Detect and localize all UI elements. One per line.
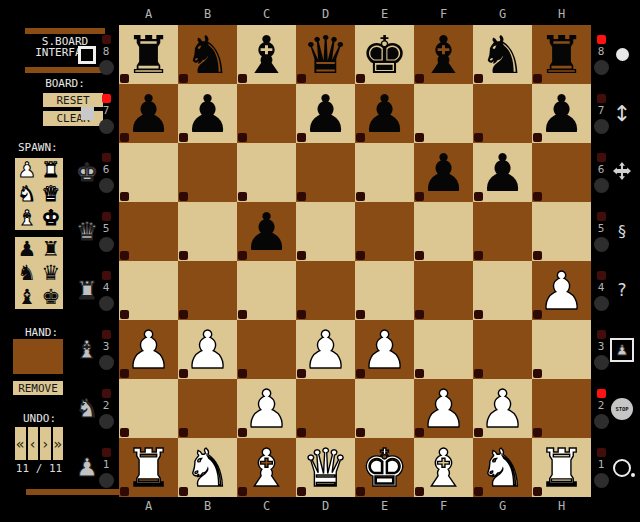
undo-counter: 11 / 11 xyxy=(15,462,63,475)
square-corner-marker xyxy=(533,192,542,201)
square-g4[interactable] xyxy=(473,261,532,320)
square-c1[interactable]: ♝ xyxy=(237,438,296,497)
rank-1-left-indicators: 1 xyxy=(96,438,116,497)
square-a3[interactable]: ♟ xyxy=(119,320,178,379)
square-f2[interactable]: ♟ xyxy=(414,379,473,438)
up-down-arrow-icon[interactable]: ↕ xyxy=(613,103,631,125)
square-f1[interactable]: ♝ xyxy=(414,438,473,497)
spawn-black-pawn[interactable]: ♟ xyxy=(15,237,39,261)
white-knight-glyph: ♞ xyxy=(18,184,37,205)
spawn-palette-black[interactable]: ♟♜♞♛♝♚ xyxy=(15,237,63,309)
black-rook: ♜ xyxy=(119,25,178,84)
black-rook: ♜ xyxy=(532,25,591,84)
white-bishop: ♝ xyxy=(237,438,296,497)
square-e2[interactable] xyxy=(355,379,414,438)
square-corner-marker xyxy=(238,192,247,201)
rank-7-tool-cell: ↕ xyxy=(607,84,637,143)
hand-slot[interactable] xyxy=(13,339,63,374)
square-f4[interactable] xyxy=(414,261,473,320)
square-corner-marker xyxy=(297,251,306,260)
remove-button[interactable]: REMOVE xyxy=(13,381,63,395)
square-corner-marker xyxy=(179,310,188,319)
square-corner-marker xyxy=(120,310,129,319)
rank-label-1: 1 xyxy=(103,459,110,471)
rank-3-right-led xyxy=(597,330,606,339)
black-knight: ♞ xyxy=(178,25,237,84)
pawn-marker-icon[interactable]: ♟ xyxy=(76,455,98,480)
square-a2[interactable] xyxy=(119,379,178,438)
rank-2-left-led xyxy=(102,389,111,398)
rank-3-left-status-circle xyxy=(99,355,114,370)
square-a6[interactable] xyxy=(119,143,178,202)
rank-label-4: 4 xyxy=(598,282,605,294)
rank-7-left-indicators: 7 xyxy=(96,84,116,143)
rank-8-left-indicators: 8 xyxy=(96,25,116,84)
chess-board: ♜♞♝♛♚♝♞♜♟♟♟♟♟♟♟♟♟♟♟♟♟♟♟♟♜♞♝♛♚♝♞♜ xyxy=(119,25,591,497)
spawn-palette-white[interactable]: ♟♜♞♛♝♚ xyxy=(15,158,63,230)
rank-8-right-led xyxy=(597,35,606,44)
rank-label-7: 7 xyxy=(103,105,110,117)
square-b1[interactable]: ♞ xyxy=(178,438,237,497)
stop-button-label: STOP xyxy=(615,406,628,412)
square-h6[interactable] xyxy=(532,143,591,202)
square-g7[interactable] xyxy=(473,84,532,143)
black-pawn-glyph: ♟ xyxy=(18,239,37,260)
square-b5[interactable] xyxy=(178,202,237,261)
square-a5[interactable] xyxy=(119,202,178,261)
rank-2-left-status-circle xyxy=(99,414,114,429)
gray-filled-square-icon[interactable] xyxy=(81,107,94,120)
file-label-f: F xyxy=(414,6,473,21)
file-label-f: F xyxy=(414,498,473,513)
square-corner-marker xyxy=(415,310,424,319)
undo-all-button[interactable]: « xyxy=(15,427,26,460)
square-c2[interactable]: ♟ xyxy=(237,379,296,438)
black-bishop-glyph: ♝ xyxy=(18,287,37,308)
rank-label-2: 2 xyxy=(103,400,110,412)
black-rook-glyph: ♜ xyxy=(42,239,61,260)
spawn-black-queen[interactable]: ♛ xyxy=(39,261,63,285)
filled-circle-icon[interactable] xyxy=(616,48,629,61)
white-pawn: ♟ xyxy=(414,379,473,438)
rank-5-left-led xyxy=(102,212,111,221)
file-label-d: D xyxy=(296,6,355,21)
square-a8[interactable]: ♜ xyxy=(119,25,178,84)
black-queen-glyph: ♛ xyxy=(42,263,61,284)
square-f6[interactable]: ♟ xyxy=(414,143,473,202)
black-knight-glyph: ♞ xyxy=(18,263,37,284)
file-label-b: B xyxy=(178,498,237,513)
white-rook-glyph: ♜ xyxy=(42,160,61,181)
square-h8[interactable]: ♜ xyxy=(532,25,591,84)
spawn-white-rook[interactable]: ♜ xyxy=(39,158,63,182)
white-rook: ♜ xyxy=(532,438,591,497)
white-pawn-glyph: ♟ xyxy=(18,160,37,181)
rank-5-right-led xyxy=(597,212,606,221)
rank-3-left-indicators: 3 xyxy=(96,320,116,379)
square-e6[interactable] xyxy=(355,143,414,202)
square-corner-marker xyxy=(120,428,129,437)
knight-marker-icon[interactable]: ♞ xyxy=(76,396,98,421)
stop-button[interactable]: STOP xyxy=(611,398,633,420)
rank-2-right-led xyxy=(597,389,606,398)
square-corner-marker xyxy=(297,310,306,319)
square-corner-marker xyxy=(297,428,306,437)
square-g5[interactable] xyxy=(473,202,532,261)
square-corner-marker xyxy=(533,369,542,378)
file-label-b: B xyxy=(178,6,237,21)
square-b6[interactable] xyxy=(178,143,237,202)
white-king-glyph: ♚ xyxy=(42,208,61,229)
black-pawn: ♟ xyxy=(237,202,296,261)
rank-3-tool-cell: ♟ xyxy=(607,320,637,379)
file-label-a: A xyxy=(119,6,178,21)
square-h4[interactable]: ♟ xyxy=(532,261,591,320)
file-label-d: D xyxy=(296,498,355,513)
rank-3-left-led xyxy=(102,330,111,339)
file-labels-bottom: ABCDEFGH xyxy=(119,498,591,513)
file-label-e: E xyxy=(355,498,414,513)
square-d4[interactable] xyxy=(296,261,355,320)
square-corner-marker xyxy=(356,310,365,319)
rank-7-left-led xyxy=(102,94,111,103)
spawn-section-label: SPAWN: xyxy=(18,142,58,153)
square-h1[interactable]: ♜ xyxy=(532,438,591,497)
rank-2-left-indicators: 2 xyxy=(96,379,116,438)
black-pawn: ♟ xyxy=(473,143,532,202)
square-f3[interactable] xyxy=(414,320,473,379)
square-d5[interactable] xyxy=(296,202,355,261)
square-corner-marker xyxy=(297,192,306,201)
square-a1[interactable]: ♜ xyxy=(119,438,178,497)
king-marker-icon[interactable]: ♚ xyxy=(76,160,98,185)
square-corner-marker xyxy=(474,251,483,260)
square-g6[interactable]: ♟ xyxy=(473,143,532,202)
square-c6[interactable] xyxy=(237,143,296,202)
spawn-black-rook[interactable]: ♜ xyxy=(39,237,63,261)
square-d2[interactable] xyxy=(296,379,355,438)
rank-4-left-indicators: 4 xyxy=(96,261,116,320)
square-b4[interactable] xyxy=(178,261,237,320)
left-rank-indicator-column: 87654321 xyxy=(96,25,116,497)
rank-4-left-led xyxy=(102,271,111,280)
rank-5-left-status-circle xyxy=(99,237,114,252)
spawn-white-queen[interactable]: ♛ xyxy=(39,182,63,206)
spawn-white-pawn[interactable]: ♟ xyxy=(15,158,39,182)
bishop-marker-icon[interactable]: ♝ xyxy=(76,337,98,362)
file-label-h: H xyxy=(532,498,591,513)
undo-section-label: UNDO: xyxy=(23,413,56,424)
file-label-e: E xyxy=(355,6,414,21)
square-g3[interactable] xyxy=(473,320,532,379)
square-d1[interactable]: ♛ xyxy=(296,438,355,497)
rank-label-3: 3 xyxy=(103,341,110,353)
square-c4[interactable] xyxy=(237,261,296,320)
square-corner-marker xyxy=(356,428,365,437)
black-king: ♚ xyxy=(355,25,414,84)
black-pawn: ♟ xyxy=(296,84,355,143)
square-g8[interactable]: ♞ xyxy=(473,25,532,84)
black-pawn: ♟ xyxy=(178,84,237,143)
redo-all-button[interactable]: » xyxy=(53,427,64,460)
white-bishop: ♝ xyxy=(414,438,473,497)
sboard-interface-app: S.BOARD INTERFACE BOARD: RESET CLEAR SPA… xyxy=(0,0,640,522)
undo-controls: «‹›» xyxy=(15,427,63,460)
rank-label-8: 8 xyxy=(598,46,605,58)
rank-8-left-status-circle xyxy=(99,60,114,75)
white-pawn: ♟ xyxy=(237,379,296,438)
rank-label-3: 3 xyxy=(598,341,605,353)
rank-5-tool-cell: § xyxy=(607,202,637,261)
spawn-white-bishop[interactable]: ♝ xyxy=(15,206,39,230)
square-e8[interactable]: ♚ xyxy=(355,25,414,84)
rook-marker-icon[interactable]: ♜ xyxy=(76,278,98,303)
rank-label-4: 4 xyxy=(103,282,110,294)
undo-button[interactable]: ‹ xyxy=(28,427,39,460)
rank-label-7: 7 xyxy=(598,105,605,117)
square-h7[interactable]: ♟ xyxy=(532,84,591,143)
square-a4[interactable] xyxy=(119,261,178,320)
white-pawn: ♟ xyxy=(296,320,355,379)
file-labels-top: ABCDEFGH xyxy=(119,6,591,21)
black-pawn: ♟ xyxy=(119,84,178,143)
spawn-white-knight[interactable]: ♞ xyxy=(15,182,39,206)
square-corner-marker xyxy=(356,192,365,201)
black-pawn: ♟ xyxy=(355,84,414,143)
rank-5-left-indicators: 5 xyxy=(96,202,116,261)
white-pawn: ♟ xyxy=(119,320,178,379)
record-circle-icon[interactable] xyxy=(613,459,631,477)
square-g1[interactable]: ♞ xyxy=(473,438,532,497)
file-label-g: G xyxy=(473,6,532,21)
spawn-black-king[interactable]: ♚ xyxy=(39,285,63,309)
square-h5[interactable] xyxy=(532,202,591,261)
rank-1-left-led xyxy=(102,448,111,457)
spawn-black-knight[interactable]: ♞ xyxy=(15,261,39,285)
rank-1-right-led xyxy=(597,448,606,457)
square-b2[interactable] xyxy=(178,379,237,438)
question-mark-icon[interactable]: ? xyxy=(617,282,626,299)
square-corner-marker xyxy=(533,251,542,260)
white-rook: ♜ xyxy=(119,438,178,497)
file-label-c: C xyxy=(237,498,296,513)
rank-6-left-status-circle xyxy=(99,178,114,193)
redo-button[interactable]: › xyxy=(40,427,51,460)
square-f7[interactable] xyxy=(414,84,473,143)
file-label-h: H xyxy=(532,6,591,21)
square-a7[interactable]: ♟ xyxy=(119,84,178,143)
rank-label-6: 6 xyxy=(103,164,110,176)
square-corner-marker xyxy=(415,133,424,142)
square-corner-marker xyxy=(120,192,129,201)
rank-4-right-led xyxy=(597,271,606,280)
square-e1[interactable]: ♚ xyxy=(355,438,414,497)
square-corner-marker xyxy=(238,310,247,319)
square-c3[interactable] xyxy=(237,320,296,379)
square-corner-marker xyxy=(120,251,129,260)
square-h3[interactable] xyxy=(532,320,591,379)
black-bishop: ♝ xyxy=(237,25,296,84)
square-corner-marker xyxy=(238,369,247,378)
rank-6-right-led xyxy=(597,153,606,162)
white-king: ♚ xyxy=(355,438,414,497)
rank-7-left-status-circle xyxy=(99,119,114,134)
white-bishop-glyph: ♝ xyxy=(18,208,37,229)
rank-label-1: 1 xyxy=(598,459,605,471)
file-label-c: C xyxy=(237,6,296,21)
square-corner-marker xyxy=(179,428,188,437)
square-e3[interactable]: ♟ xyxy=(355,320,414,379)
rank-1-tool-cell xyxy=(607,438,637,497)
white-pawn: ♟ xyxy=(355,320,414,379)
rank-6-left-led xyxy=(102,153,111,162)
black-bishop: ♝ xyxy=(414,25,473,84)
rank-2-tool-cell: STOP xyxy=(607,379,637,438)
square-corner-marker xyxy=(533,428,542,437)
boxed-pawn-glyph: ♟ xyxy=(616,342,629,358)
square-b7[interactable]: ♟ xyxy=(178,84,237,143)
white-pawn: ♟ xyxy=(532,261,591,320)
rank-1-left-status-circle xyxy=(99,473,114,488)
rank-label-6: 6 xyxy=(598,164,605,176)
square-corner-marker xyxy=(238,133,247,142)
square-e5[interactable] xyxy=(355,202,414,261)
square-corner-marker xyxy=(474,310,483,319)
rank-label-2: 2 xyxy=(598,400,605,412)
file-label-a: A xyxy=(119,498,178,513)
square-c8[interactable]: ♝ xyxy=(237,25,296,84)
spawn-black-bishop[interactable]: ♝ xyxy=(15,285,39,309)
square-corner-marker xyxy=(474,369,483,378)
black-king-glyph: ♚ xyxy=(42,287,61,308)
square-corner-marker xyxy=(179,251,188,260)
square-d6[interactable] xyxy=(296,143,355,202)
white-pawn: ♟ xyxy=(473,379,532,438)
square-c5[interactable]: ♟ xyxy=(237,202,296,261)
rank-6-tool-cell xyxy=(607,143,637,202)
file-label-g: G xyxy=(473,498,532,513)
white-open-square-icon[interactable] xyxy=(78,46,96,64)
spawn-white-king[interactable]: ♚ xyxy=(39,206,63,230)
square-f5[interactable] xyxy=(414,202,473,261)
square-d3[interactable]: ♟ xyxy=(296,320,355,379)
square-corner-marker xyxy=(415,251,424,260)
rank-8-tool-cell xyxy=(607,25,637,84)
square-corner-marker xyxy=(474,133,483,142)
white-queen: ♛ xyxy=(296,438,355,497)
square-d7[interactable]: ♟ xyxy=(296,84,355,143)
white-pawn: ♟ xyxy=(178,320,237,379)
section-sign-icon[interactable]: § xyxy=(618,224,626,240)
square-b3[interactable]: ♟ xyxy=(178,320,237,379)
white-knight: ♞ xyxy=(178,438,237,497)
hand-section-label: HAND: xyxy=(25,327,58,338)
black-pawn: ♟ xyxy=(414,143,473,202)
rank-6-left-indicators: 6 xyxy=(96,143,116,202)
white-queen-glyph: ♛ xyxy=(42,184,61,205)
square-corner-marker xyxy=(179,192,188,201)
four-way-arrow-icon[interactable] xyxy=(613,162,631,184)
queen-marker-icon[interactable]: ♛ xyxy=(76,219,98,244)
white-knight: ♞ xyxy=(473,438,532,497)
square-c7[interactable] xyxy=(237,84,296,143)
rank-8-left-led xyxy=(102,35,111,44)
square-corner-marker xyxy=(415,369,424,378)
black-pawn: ♟ xyxy=(532,84,591,143)
rank-4-left-status-circle xyxy=(99,296,114,311)
square-f8[interactable]: ♝ xyxy=(414,25,473,84)
black-queen: ♛ xyxy=(296,25,355,84)
rank-4-tool-cell: ? xyxy=(607,261,637,320)
square-d8[interactable]: ♛ xyxy=(296,25,355,84)
black-knight: ♞ xyxy=(473,25,532,84)
rank-label-5: 5 xyxy=(598,223,605,235)
boxed-pawn-icon[interactable]: ♟ xyxy=(610,338,634,362)
rank-7-right-led xyxy=(597,94,606,103)
square-e4[interactable] xyxy=(355,261,414,320)
square-e7[interactable]: ♟ xyxy=(355,84,414,143)
rank-label-5: 5 xyxy=(103,223,110,235)
square-h2[interactable] xyxy=(532,379,591,438)
square-corner-marker xyxy=(356,251,365,260)
square-g2[interactable]: ♟ xyxy=(473,379,532,438)
right-tool-icon-column: ↕§?♟STOP xyxy=(607,25,637,497)
rank-label-8: 8 xyxy=(103,46,110,58)
square-b8[interactable]: ♞ xyxy=(178,25,237,84)
